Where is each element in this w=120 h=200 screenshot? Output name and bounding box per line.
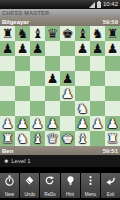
battery-icon [97,2,101,8]
piece-white-pawn: ♟ [30,116,45,131]
status-clock: 10:42 [103,0,118,9]
bottom-fill [0,198,120,200]
square-f5[interactable] [75,71,90,86]
square-g1[interactable] [90,131,105,146]
piece-black-bishop: ♝ [30,26,45,41]
toolbar-redo-button[interactable]: ReDo [40,173,59,198]
square-c5[interactable] [30,71,45,86]
app-screen: 10:42 CHESS MASTER Bilgeayar 59:59 ♜♞♝♛♚… [0,0,120,200]
player-clock-bottom: 59:51 [103,148,118,154]
piece-black-pawn: ♟ [0,41,15,56]
player-bar-bottom: Ben 59:51 [0,146,120,155]
square-h1[interactable]: ♜ [105,131,120,146]
level-star-icon: ✱ [4,155,8,167]
square-h8[interactable]: ♜ [105,26,120,41]
square-c1[interactable]: ♝ [30,131,45,146]
piece-black-queen: ♛ [45,26,60,41]
square-g8[interactable]: ♞ [90,26,105,41]
piece-black-rook: ♜ [105,26,120,41]
square-e1[interactable]: ♚ [60,131,75,146]
eraser-icon [24,174,35,186]
status-bar: 10:42 [0,0,120,9]
square-b6[interactable] [15,56,30,71]
piece-black-pawn: ♟ [105,41,120,56]
square-a2[interactable]: ♟ [0,116,15,131]
square-e6[interactable] [60,56,75,71]
square-d5[interactable]: ♟ [45,71,60,86]
square-f7[interactable]: ♟ [75,41,90,56]
square-a5[interactable] [0,71,15,86]
level-label: Level 1 [11,158,30,164]
square-h4[interactable] [105,86,120,101]
square-g3[interactable] [90,101,105,116]
piece-black-pawn: ♟ [45,71,60,86]
square-c8[interactable]: ♝ [30,26,45,41]
square-g4[interactable] [90,86,105,101]
toolbar-new-button[interactable]: New [0,173,19,198]
player-name-top: Bilgeayar [2,19,29,25]
title-bar: CHESS MASTER [0,9,120,17]
square-c3[interactable] [30,101,45,116]
piece-white-pawn: ♟ [15,116,30,131]
toolbar-button-label: Exit [107,192,115,198]
square-e8[interactable]: ♚ [60,26,75,41]
app-title: CHESS MASTER [2,10,49,16]
piece-white-bishop: ♝ [75,131,90,146]
piece-black-knight: ♞ [15,26,30,41]
refresh-icon [44,174,55,186]
square-f3[interactable]: ♞ [75,101,90,116]
square-a4[interactable] [0,86,15,101]
toolbar-button-label: Hint [66,192,74,198]
piece-black-pawn: ♟ [90,41,105,56]
square-f6[interactable] [75,56,90,71]
square-a7[interactable]: ♟ [0,41,15,56]
square-e4[interactable]: ♟ [60,86,75,101]
piece-white-knight: ♞ [15,131,30,146]
square-e2[interactable] [60,116,75,131]
square-e5[interactable]: ♟ [60,71,75,86]
square-h7[interactable]: ♟ [105,41,120,56]
square-h5[interactable] [105,71,120,86]
signal-icon [89,2,95,8]
piece-white-pawn: ♟ [105,116,120,131]
square-h2[interactable]: ♟ [105,116,120,131]
square-a8[interactable]: ♜ [0,26,15,41]
square-b7[interactable]: ♟ [15,41,30,56]
square-b3[interactable] [15,101,30,116]
player-name-bottom: Ben [2,148,13,154]
square-g5[interactable] [90,71,105,86]
bottom-toolbar: NewUndoReDoHintMenuExit [0,173,120,198]
toolbar-button-label: ReDo [44,192,56,198]
piece-black-pawn: ♟ [15,41,30,56]
player-clock-top: 59:59 [103,19,118,25]
square-c6[interactable] [30,56,45,71]
square-g7[interactable]: ♟ [90,41,105,56]
piece-black-knight: ♞ [90,26,105,41]
square-d3[interactable] [45,101,60,116]
toolbar-button-label: Menu [85,192,96,198]
square-c4[interactable] [30,86,45,101]
back-arrow-icon [105,174,116,186]
piece-white-pawn: ♟ [45,116,60,131]
toolbar-button-label: New [5,192,14,198]
square-f1[interactable]: ♝ [75,131,90,146]
square-e3[interactable] [60,101,75,116]
square-h3[interactable] [105,101,120,116]
square-d2[interactable]: ♟ [45,116,60,131]
square-f4[interactable] [75,86,90,101]
square-h6[interactable] [105,56,120,71]
toolbar-button-label: Undo [24,192,35,198]
square-a6[interactable] [0,56,15,71]
piece-white-pawn: ♟ [60,86,75,101]
square-d7[interactable] [45,41,60,56]
square-d1[interactable]: ♛ [45,131,60,146]
piece-black-king: ♚ [60,26,75,41]
square-f2[interactable]: ♟ [75,116,90,131]
piece-black-bishop: ♝ [75,26,90,41]
piece-white-pawn: ♟ [90,116,105,131]
square-a3[interactable] [0,101,15,116]
square-e7[interactable] [60,41,75,56]
piece-black-pawn: ♟ [75,41,90,56]
overflow-menu-icon [85,174,96,186]
stopwatch-icon [4,174,15,186]
square-c2[interactable]: ♟ [30,116,45,131]
piece-white-rook: ♜ [0,131,15,146]
square-b5[interactable] [15,71,30,86]
piece-black-rook: ♜ [0,26,15,41]
square-b1[interactable]: ♞ [15,131,30,146]
lightbulb-icon [65,174,76,186]
piece-black-pawn: ♟ [60,71,75,86]
piece-white-king: ♚ [60,131,75,146]
square-b2[interactable]: ♟ [15,116,30,131]
player-bar-top: Bilgeayar 59:59 [0,17,120,26]
square-d8[interactable]: ♛ [45,26,60,41]
piece-white-knight: ♞ [75,101,90,116]
piece-white-queen: ♛ [45,131,60,146]
piece-white-rook: ♜ [105,131,120,146]
square-c7[interactable]: ♟ [30,41,45,56]
toolbar-menu-button[interactable]: Menu [81,173,100,198]
square-f8[interactable]: ♝ [75,26,90,41]
square-b4[interactable] [15,86,30,101]
square-d6[interactable] [45,56,60,71]
toolbar-exit-button[interactable]: Exit [101,173,120,198]
square-g2[interactable]: ♟ [90,116,105,131]
piece-white-pawn: ♟ [0,116,15,131]
toolbar-undo-button[interactable]: Undo [20,173,39,198]
square-d4[interactable] [45,86,60,101]
square-g6[interactable] [90,56,105,71]
square-a1[interactable]: ♜ [0,131,15,146]
piece-white-bishop: ♝ [30,131,45,146]
toolbar-hint-button[interactable]: Hint [61,173,80,198]
piece-white-pawn: ♟ [75,116,90,131]
piece-black-pawn: ♟ [30,41,45,56]
square-b8[interactable]: ♞ [15,26,30,41]
level-selector[interactable]: ✱ Level 1 [0,155,120,167]
chess-board: ♜♞♝♛♚♝♞♜♟♟♟♟♟♟♟♟♟♞♟♟♟♟♟♟♟♜♞♝♛♚♝♜ [0,26,120,146]
